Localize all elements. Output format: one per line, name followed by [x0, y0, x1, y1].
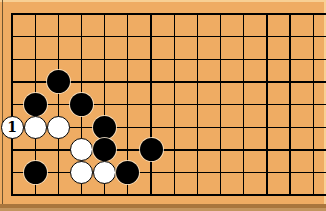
black-stone — [24, 161, 47, 184]
diagram-frame: 1 — [0, 0, 326, 211]
black-stone — [140, 138, 163, 161]
frame-highlight-top — [0, 0, 326, 2]
white-stone — [24, 116, 47, 139]
move-number-label: 1 — [7, 117, 17, 138]
frame-shadow-bottom-light — [0, 208, 326, 211]
grid-line-vertical-11 — [243, 13, 244, 196]
grid-line-vertical-12 — [266, 13, 267, 196]
black-stone — [70, 93, 93, 116]
black-stone — [24, 93, 47, 116]
grid-line-vertical-3 — [58, 13, 59, 196]
white-stone-move-1: 1 — [1, 116, 24, 139]
grid-line-vertical-9 — [197, 13, 198, 196]
grid-line-vertical-8 — [174, 13, 175, 196]
grid-line-vertical-1 — [11, 13, 13, 196]
frame-border-left — [2, 0, 3, 211]
go-board — [0, 0, 326, 211]
grid-line-vertical-10 — [220, 13, 221, 196]
white-stone — [70, 161, 93, 184]
grid-line-vertical-14 — [313, 13, 314, 196]
grid-line-vertical-13 — [289, 13, 290, 196]
grid-line-vertical-7 — [150, 13, 151, 196]
black-stone — [93, 116, 116, 139]
white-stone — [47, 116, 70, 139]
